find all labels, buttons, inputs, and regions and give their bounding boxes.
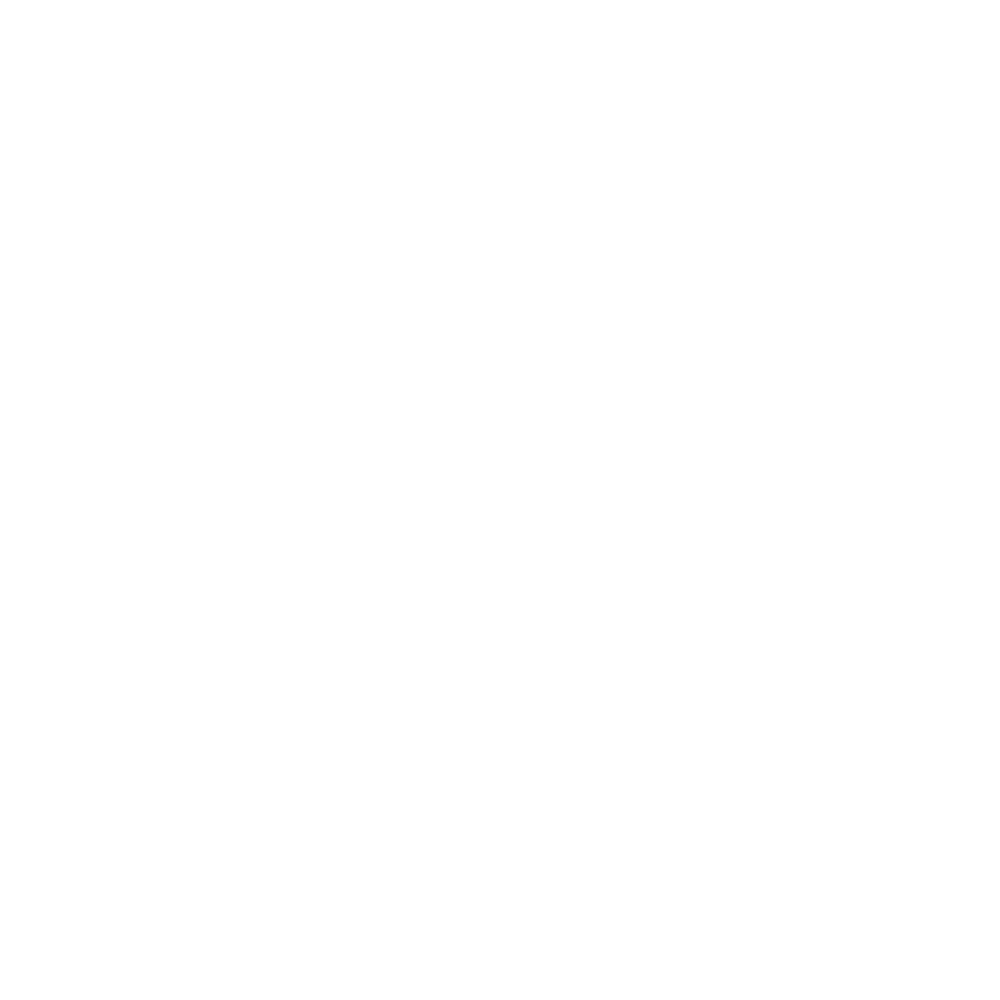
ludo-game-photo [0,0,1000,1000]
scene-svg [0,0,1000,1000]
